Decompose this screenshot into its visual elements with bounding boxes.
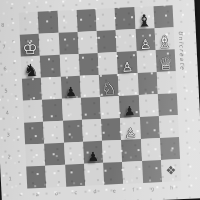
- square-d1[interactable]: [84, 163, 104, 186]
- file-label-h: h: [162, 184, 182, 191]
- square-b4[interactable]: [42, 99, 62, 122]
- square-a4[interactable]: [23, 100, 43, 123]
- square-c3[interactable]: [63, 120, 83, 143]
- square-f3[interactable]: ♙: [120, 117, 140, 140]
- rank-label-2: 2: [7, 145, 11, 167]
- square-h2[interactable]: [160, 137, 180, 160]
- square-a3[interactable]: [24, 122, 44, 145]
- rank-labels: 87654321: [1, 13, 13, 189]
- square-c7[interactable]: [58, 32, 78, 55]
- square-g5[interactable]: [137, 72, 157, 95]
- file-label-a: a: [27, 191, 47, 198]
- square-d2[interactable]: ♟: [83, 141, 103, 164]
- square-f7[interactable]: [116, 29, 136, 52]
- square-b5[interactable]: [41, 77, 61, 100]
- rank-label-3: 3: [6, 123, 10, 145]
- black-pawn: ♟: [87, 151, 99, 163]
- square-c2[interactable]: [64, 142, 84, 165]
- square-d7[interactable]: [77, 31, 97, 54]
- square-f5[interactable]: [118, 73, 138, 96]
- square-b2[interactable]: [44, 143, 64, 166]
- square-h3[interactable]: [159, 115, 179, 138]
- square-h6[interactable]: ♕: [155, 49, 175, 72]
- square-h5[interactable]: [157, 71, 177, 94]
- square-b7[interactable]: [39, 33, 59, 56]
- square-e4[interactable]: [100, 96, 120, 119]
- square-a8[interactable]: [19, 12, 39, 35]
- square-h4[interactable]: [158, 93, 178, 116]
- square-a6[interactable]: ♞: [21, 56, 41, 79]
- square-g3[interactable]: [139, 116, 159, 139]
- square-e2[interactable]: [102, 140, 122, 163]
- file-label-g: g: [143, 185, 163, 192]
- square-d8[interactable]: [76, 9, 96, 32]
- black-bishop: ♝: [136, 13, 152, 29]
- square-b1[interactable]: [45, 165, 65, 188]
- square-d4[interactable]: [81, 97, 101, 120]
- square-g1[interactable]: [142, 160, 162, 183]
- square-c4[interactable]: [61, 98, 81, 121]
- file-label-c: c: [66, 189, 86, 196]
- square-c6[interactable]: [59, 54, 79, 77]
- square-c5[interactable]: ♟: [60, 76, 80, 99]
- square-b3[interactable]: [43, 121, 63, 144]
- file-label-f: f: [124, 186, 144, 193]
- square-f4[interactable]: ♟: [119, 95, 139, 118]
- file-label-d: d: [85, 188, 105, 195]
- white-knight: ♘: [101, 81, 117, 97]
- square-f1[interactable]: [122, 161, 142, 184]
- square-h7[interactable]: ♗: [154, 27, 174, 50]
- white-king: ♔: [22, 41, 38, 57]
- chess-board: ♝♔♙♗♞♙♕♟♘♟♙♟❖ abcdefgh 87654321 Unicreat…: [0, 0, 200, 200]
- rank-label-6: 6: [3, 57, 7, 79]
- square-b8[interactable]: [38, 11, 58, 34]
- square-f6[interactable]: ♙: [117, 51, 137, 74]
- square-g6[interactable]: [136, 50, 156, 73]
- square-c8[interactable]: [57, 10, 77, 33]
- square-f2[interactable]: [121, 139, 141, 162]
- white-pawn: ♙: [139, 39, 151, 51]
- white-pawn: ♙: [121, 62, 133, 74]
- square-d5[interactable]: [80, 75, 100, 98]
- chessboard-photo: ♝♔♙♗♞♙♕♟♘♟♙♟❖ abcdefgh 87654321 Unicreat…: [0, 0, 200, 200]
- square-e5[interactable]: ♘: [99, 74, 119, 97]
- square-a2[interactable]: [25, 144, 45, 167]
- square-e7[interactable]: [97, 30, 117, 53]
- square-a7[interactable]: ♔: [20, 34, 40, 57]
- square-d3[interactable]: [82, 119, 102, 142]
- white-pawn: ♙: [124, 127, 136, 139]
- square-h8[interactable]: [153, 5, 173, 28]
- square-c1[interactable]: [65, 164, 85, 187]
- black-knight: ♞: [23, 63, 39, 79]
- square-g7[interactable]: ♙: [135, 28, 155, 51]
- square-g2[interactable]: [141, 138, 161, 161]
- rank-label-5: 5: [4, 79, 8, 101]
- file-label-b: b: [47, 190, 67, 197]
- square-e3[interactable]: [101, 118, 121, 141]
- black-pawn: ♟: [65, 86, 77, 98]
- square-e6[interactable]: [98, 52, 118, 75]
- board-corner-ornament-icon: ❖: [165, 164, 176, 177]
- square-d6[interactable]: [79, 53, 99, 76]
- black-pawn: ♟: [123, 106, 135, 118]
- square-b6[interactable]: [40, 55, 60, 78]
- rank-label-4: 4: [5, 101, 9, 123]
- square-f8[interactable]: [115, 7, 135, 30]
- white-bishop: ♗: [157, 34, 173, 50]
- square-a1[interactable]: [26, 166, 46, 189]
- square-g4[interactable]: [138, 94, 158, 117]
- rank-label-1: 1: [8, 167, 12, 189]
- square-a5[interactable]: [22, 78, 42, 101]
- rank-label-7: 7: [2, 35, 6, 57]
- square-e1[interactable]: [103, 162, 123, 185]
- square-h1[interactable]: ❖: [161, 159, 181, 182]
- square-e8[interactable]: [96, 8, 116, 31]
- board-brand-text: Unicreate: [178, 31, 190, 151]
- rank-label-8: 8: [1, 13, 5, 35]
- file-label-e: e: [104, 187, 124, 194]
- square-g8[interactable]: ♝: [134, 6, 154, 29]
- board-grid: ♝♔♙♗♞♙♕♟♘♟♙♟❖: [19, 5, 181, 188]
- white-queen: ♕: [158, 56, 174, 72]
